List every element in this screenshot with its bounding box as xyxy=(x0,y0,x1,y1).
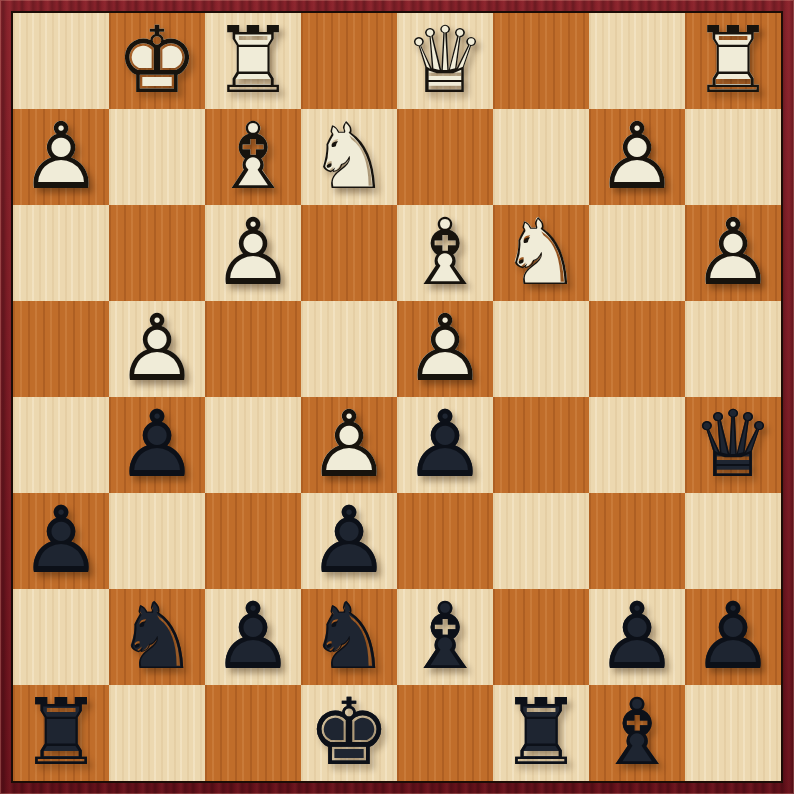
white-pawn: ♟♙ xyxy=(13,109,109,205)
black-king: ♚♔ xyxy=(301,685,397,781)
white-pawn: ♟♙ xyxy=(397,301,493,397)
square-f2[interactable]: ♝♗ xyxy=(205,109,301,205)
white-pawn-outline: ♙ xyxy=(13,109,109,205)
black-pawn: ♟♙ xyxy=(301,493,397,589)
square-c2[interactable] xyxy=(493,109,589,205)
square-g1[interactable]: ♚♔ xyxy=(109,13,205,109)
white-rook-outline: ♖ xyxy=(685,13,781,109)
square-g7[interactable]: ♞♘ xyxy=(109,589,205,685)
square-b8[interactable]: ♝♗ xyxy=(589,685,685,781)
square-d8[interactable] xyxy=(397,685,493,781)
black-pawn: ♟♙ xyxy=(109,397,205,493)
square-d5[interactable]: ♟♙ xyxy=(397,397,493,493)
black-queen-outline: ♕ xyxy=(685,397,781,493)
black-knight-outline: ♘ xyxy=(301,589,397,685)
square-f8[interactable] xyxy=(205,685,301,781)
square-f4[interactable] xyxy=(205,301,301,397)
white-bishop: ♝♗ xyxy=(397,205,493,301)
square-b5[interactable] xyxy=(589,397,685,493)
square-a6[interactable] xyxy=(685,493,781,589)
black-pawn-outline: ♙ xyxy=(589,589,685,685)
square-e1[interactable] xyxy=(301,13,397,109)
square-c4[interactable] xyxy=(493,301,589,397)
black-pawn: ♟♙ xyxy=(13,493,109,589)
white-knight-outline: ♘ xyxy=(493,205,589,301)
black-bishop-outline: ♗ xyxy=(589,685,685,781)
square-f7[interactable]: ♟♙ xyxy=(205,589,301,685)
black-pawn-outline: ♙ xyxy=(397,397,493,493)
white-bishop: ♝♗ xyxy=(205,109,301,205)
square-h6[interactable]: ♟♙ xyxy=(13,493,109,589)
black-pawn-outline: ♙ xyxy=(205,589,301,685)
board-frame: ♚♔♜♖♛♕♜♖♟♙♝♗♞♘♟♙♟♙♝♗♞♘♟♙♟♙♟♙♟♙♟♙♟♙♛♕♟♙♟♙… xyxy=(0,0,794,794)
square-f5[interactable] xyxy=(205,397,301,493)
black-pawn: ♟♙ xyxy=(685,589,781,685)
square-c8[interactable]: ♜♖ xyxy=(493,685,589,781)
black-knight-outline: ♘ xyxy=(109,589,205,685)
black-pawn-outline: ♙ xyxy=(685,589,781,685)
square-c5[interactable] xyxy=(493,397,589,493)
square-e2[interactable]: ♞♘ xyxy=(301,109,397,205)
square-f3[interactable]: ♟♙ xyxy=(205,205,301,301)
white-queen: ♛♕ xyxy=(397,13,493,109)
square-c7[interactable] xyxy=(493,589,589,685)
square-g5[interactable]: ♟♙ xyxy=(109,397,205,493)
black-pawn-outline: ♙ xyxy=(13,493,109,589)
white-queen-outline: ♕ xyxy=(397,13,493,109)
white-pawn-outline: ♙ xyxy=(589,109,685,205)
white-bishop-outline: ♗ xyxy=(397,205,493,301)
black-bishop: ♝♗ xyxy=(589,685,685,781)
white-pawn-outline: ♙ xyxy=(397,301,493,397)
square-d2[interactable] xyxy=(397,109,493,205)
square-b2[interactable]: ♟♙ xyxy=(589,109,685,205)
black-knight: ♞♘ xyxy=(109,589,205,685)
square-a8[interactable] xyxy=(685,685,781,781)
white-pawn-outline: ♙ xyxy=(301,397,397,493)
white-knight: ♞♘ xyxy=(301,109,397,205)
square-g3[interactable] xyxy=(109,205,205,301)
square-a7[interactable]: ♟♙ xyxy=(685,589,781,685)
square-c6[interactable] xyxy=(493,493,589,589)
white-pawn: ♟♙ xyxy=(301,397,397,493)
white-pawn: ♟♙ xyxy=(685,205,781,301)
white-pawn-outline: ♙ xyxy=(109,301,205,397)
square-b3[interactable] xyxy=(589,205,685,301)
square-h3[interactable] xyxy=(13,205,109,301)
square-b4[interactable] xyxy=(589,301,685,397)
black-pawn: ♟♙ xyxy=(589,589,685,685)
black-pawn-outline: ♙ xyxy=(109,397,205,493)
white-pawn: ♟♙ xyxy=(109,301,205,397)
square-g2[interactable] xyxy=(109,109,205,205)
square-e7[interactable]: ♞♘ xyxy=(301,589,397,685)
square-a4[interactable] xyxy=(685,301,781,397)
square-e3[interactable] xyxy=(301,205,397,301)
square-d4[interactable]: ♟♙ xyxy=(397,301,493,397)
square-h5[interactable] xyxy=(13,397,109,493)
white-rook-outline: ♖ xyxy=(205,13,301,109)
white-knight: ♞♘ xyxy=(493,205,589,301)
square-a1[interactable]: ♜♖ xyxy=(685,13,781,109)
square-d6[interactable] xyxy=(397,493,493,589)
square-h2[interactable]: ♟♙ xyxy=(13,109,109,205)
square-f6[interactable] xyxy=(205,493,301,589)
black-queen: ♛♕ xyxy=(685,397,781,493)
white-pawn-outline: ♙ xyxy=(205,205,301,301)
black-rook-outline: ♖ xyxy=(493,685,589,781)
white-rook: ♜♖ xyxy=(205,13,301,109)
square-g8[interactable] xyxy=(109,685,205,781)
square-b7[interactable]: ♟♙ xyxy=(589,589,685,685)
square-h8[interactable]: ♜♖ xyxy=(13,685,109,781)
black-bishop-outline: ♗ xyxy=(397,589,493,685)
square-d3[interactable]: ♝♗ xyxy=(397,205,493,301)
black-rook-outline: ♖ xyxy=(13,685,109,781)
square-a3[interactable]: ♟♙ xyxy=(685,205,781,301)
square-h7[interactable] xyxy=(13,589,109,685)
black-rook: ♜♖ xyxy=(493,685,589,781)
white-pawn: ♟♙ xyxy=(205,205,301,301)
square-a2[interactable] xyxy=(685,109,781,205)
black-pawn: ♟♙ xyxy=(397,397,493,493)
square-d1[interactable]: ♛♕ xyxy=(397,13,493,109)
white-king: ♚♔ xyxy=(109,13,205,109)
square-g6[interactable] xyxy=(109,493,205,589)
square-e5[interactable]: ♟♙ xyxy=(301,397,397,493)
square-a5[interactable]: ♛♕ xyxy=(685,397,781,493)
square-b1[interactable] xyxy=(589,13,685,109)
square-e6[interactable]: ♟♙ xyxy=(301,493,397,589)
square-c1[interactable] xyxy=(493,13,589,109)
white-pawn: ♟♙ xyxy=(589,109,685,205)
square-b6[interactable] xyxy=(589,493,685,589)
square-f1[interactable]: ♜♖ xyxy=(205,13,301,109)
chess-board: ♚♔♜♖♛♕♜♖♟♙♝♗♞♘♟♙♟♙♝♗♞♘♟♙♟♙♟♙♟♙♟♙♟♙♛♕♟♙♟♙… xyxy=(11,11,783,783)
black-knight: ♞♘ xyxy=(301,589,397,685)
square-d7[interactable]: ♝♗ xyxy=(397,589,493,685)
white-rook: ♜♖ xyxy=(685,13,781,109)
square-g4[interactable]: ♟♙ xyxy=(109,301,205,397)
white-king-outline: ♔ xyxy=(109,13,205,109)
white-pawn-outline: ♙ xyxy=(685,205,781,301)
white-bishop-outline: ♗ xyxy=(205,109,301,205)
black-rook: ♜♖ xyxy=(13,685,109,781)
square-c3[interactable]: ♞♘ xyxy=(493,205,589,301)
white-knight-outline: ♘ xyxy=(301,109,397,205)
black-king-outline: ♔ xyxy=(301,685,397,781)
square-h4[interactable] xyxy=(13,301,109,397)
black-pawn: ♟♙ xyxy=(205,589,301,685)
square-h1[interactable] xyxy=(13,13,109,109)
black-bishop: ♝♗ xyxy=(397,589,493,685)
square-e8[interactable]: ♚♔ xyxy=(301,685,397,781)
black-pawn-outline: ♙ xyxy=(301,493,397,589)
square-e4[interactable] xyxy=(301,301,397,397)
